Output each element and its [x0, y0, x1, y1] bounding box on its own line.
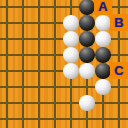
board-intersection[interactable] — [79, 111, 95, 127]
board-intersection[interactable] — [15, 31, 31, 47]
white-stone — [95, 31, 111, 47]
board-intersection[interactable] — [15, 63, 31, 79]
board-intersection[interactable] — [111, 47, 127, 63]
board-intersection[interactable] — [63, 47, 79, 63]
board-intersection[interactable] — [63, 0, 79, 15]
board-intersection[interactable] — [111, 111, 127, 127]
board-intersection[interactable] — [15, 47, 31, 63]
board-intersection[interactable] — [31, 0, 47, 15]
white-stone — [63, 47, 79, 63]
board-intersection[interactable] — [47, 111, 63, 127]
go-board: ABC — [0, 0, 128, 128]
white-stone — [79, 63, 95, 79]
board-intersection[interactable] — [15, 79, 31, 95]
move-label-a[interactable]: A — [94, 0, 112, 15]
board-intersection[interactable] — [15, 0, 31, 15]
white-stone — [95, 15, 111, 31]
board-intersection[interactable] — [79, 79, 95, 95]
board-intersection[interactable] — [95, 111, 111, 127]
board-intersection[interactable] — [15, 111, 31, 127]
board-intersection[interactable]: A — [95, 0, 111, 15]
board-intersection[interactable] — [63, 31, 79, 47]
white-stone — [79, 95, 95, 111]
board-intersection[interactable] — [95, 31, 111, 47]
board-intersection[interactable] — [31, 111, 47, 127]
board-intersection[interactable] — [111, 31, 127, 47]
board-intersection[interactable] — [0, 63, 15, 79]
board-intersection[interactable] — [111, 0, 127, 15]
board-intersection[interactable] — [63, 95, 79, 111]
board-intersection[interactable] — [31, 15, 47, 31]
black-stone — [95, 63, 111, 79]
move-label-b[interactable]: B — [110, 14, 128, 31]
white-stone — [63, 31, 79, 47]
board-intersection[interactable] — [79, 15, 95, 31]
board-intersection[interactable] — [31, 31, 47, 47]
board-intersection[interactable] — [0, 0, 15, 15]
black-stone — [79, 15, 95, 31]
board-intersection[interactable] — [0, 47, 15, 63]
board-intersection[interactable] — [47, 79, 63, 95]
board-intersection[interactable] — [47, 0, 63, 15]
board-intersection[interactable] — [63, 15, 79, 31]
board-intersection[interactable] — [63, 111, 79, 127]
black-stone — [79, 47, 95, 63]
board-intersection[interactable] — [47, 31, 63, 47]
board-intersection[interactable] — [47, 15, 63, 31]
board-intersection[interactable] — [31, 95, 47, 111]
board-intersection[interactable] — [0, 111, 15, 127]
board-intersection[interactable] — [31, 63, 47, 79]
board-intersection[interactable] — [0, 31, 15, 47]
board-intersection[interactable] — [47, 47, 63, 63]
board-intersection[interactable] — [111, 95, 127, 111]
board-intersection[interactable] — [0, 79, 15, 95]
board-intersection[interactable] — [47, 63, 63, 79]
board-intersection[interactable] — [63, 79, 79, 95]
board-intersection[interactable] — [95, 47, 111, 63]
board-intersection[interactable] — [0, 95, 15, 111]
board-intersection[interactable] — [31, 79, 47, 95]
board-intersection[interactable] — [95, 79, 111, 95]
board-intersection[interactable]: B — [111, 15, 127, 31]
board-intersection[interactable] — [79, 0, 95, 15]
board-intersection[interactable] — [95, 95, 111, 111]
board-intersection[interactable] — [0, 15, 15, 31]
board-intersection[interactable] — [47, 95, 63, 111]
black-stone — [95, 47, 111, 63]
white-stone — [63, 63, 79, 79]
board-intersection[interactable] — [15, 95, 31, 111]
white-stone — [95, 79, 111, 95]
board-intersection[interactable] — [15, 15, 31, 31]
black-stone — [79, 31, 95, 47]
white-stone — [63, 15, 79, 31]
board-intersection[interactable] — [63, 63, 79, 79]
board-intersection[interactable] — [111, 79, 127, 95]
move-label-c[interactable]: C — [110, 62, 128, 79]
board-intersection[interactable]: C — [111, 63, 127, 79]
board-intersection[interactable] — [79, 47, 95, 63]
board-intersection[interactable] — [95, 63, 111, 79]
go-board-grid: ABC — [0, 0, 127, 127]
board-intersection[interactable] — [31, 47, 47, 63]
board-intersection[interactable] — [79, 95, 95, 111]
board-intersection[interactable] — [79, 31, 95, 47]
board-intersection[interactable] — [95, 15, 111, 31]
board-intersection[interactable] — [79, 63, 95, 79]
black-stone — [79, 0, 95, 15]
